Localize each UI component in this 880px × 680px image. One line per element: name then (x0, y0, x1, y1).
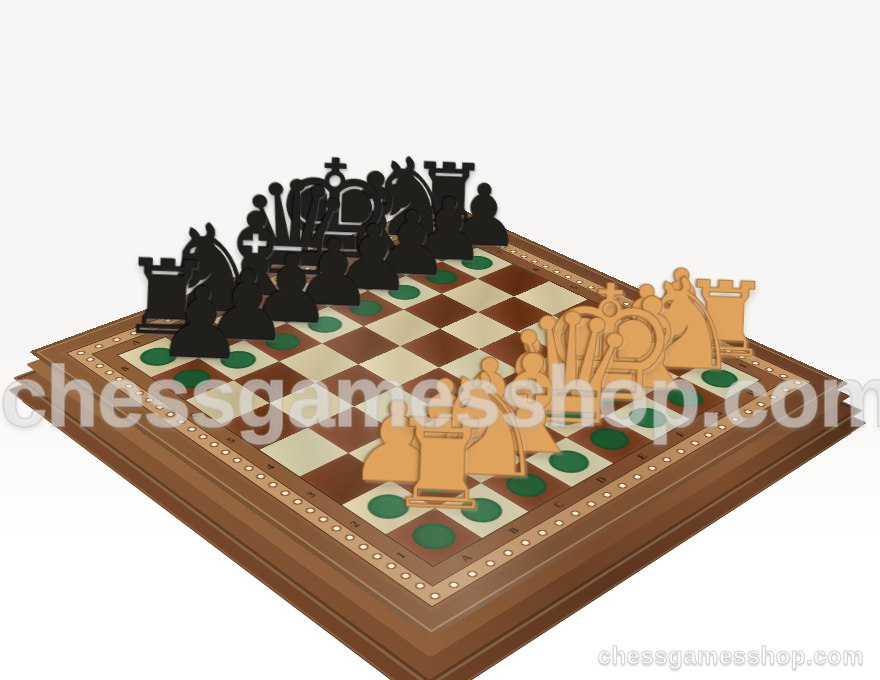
site-label: chessgamesshop.com (598, 642, 864, 670)
scene: ABCDEFGH ABCDEFGH 87654321 87654321 ♜♞♝♛… (0, 0, 880, 680)
product-photo[interactable]: ABCDEFGH ABCDEFGH 87654321 87654321 ♜♞♝♛… (0, 0, 880, 680)
piece-white-rook-a1: ♜ (385, 401, 500, 528)
piece-black-pawn-a7: ♟ (156, 272, 248, 374)
chess-board: ABCDEFGH ABCDEFGH 87654321 87654321 ♜♞♝♛… (29, 202, 849, 640)
board-frame: ABCDEFGH ABCDEFGH 87654321 87654321 ♜♞♝♛… (29, 201, 849, 638)
